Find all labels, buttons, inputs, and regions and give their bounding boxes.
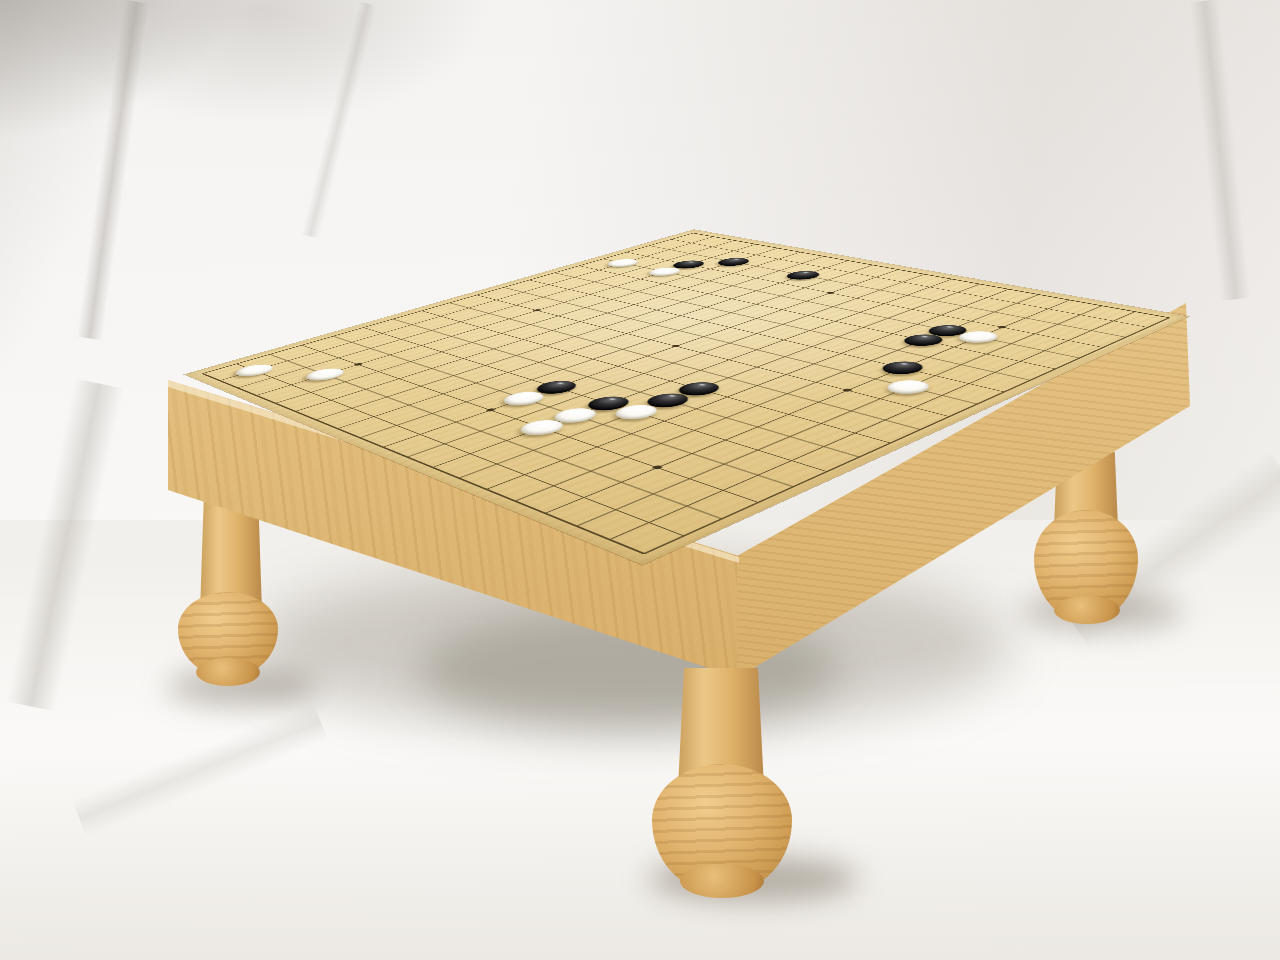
leg-foot [196,658,260,686]
photo-stage: New kaya wooden go board (goban) with ca… [0,0,1280,960]
leg-foot [680,864,764,898]
leg-foot [1054,596,1120,624]
